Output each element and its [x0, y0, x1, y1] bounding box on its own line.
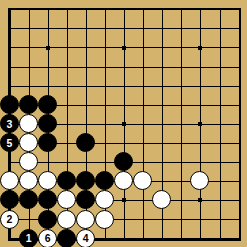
- intersection-9-9[interactable]: [152, 152, 171, 171]
- white-stone[interactable]: [19, 133, 38, 152]
- black-stone[interactable]: [76, 171, 95, 190]
- intersection-2-6[interactable]: [19, 95, 38, 114]
- intersection-2-7[interactable]: [19, 114, 38, 133]
- intersection-4-10[interactable]: [57, 171, 76, 190]
- intersection-7-10[interactable]: [114, 171, 133, 190]
- move-number-label: 5: [7, 137, 13, 148]
- intersection-4-9[interactable]: [57, 152, 76, 171]
- intersection-11-2[interactable]: [190, 19, 209, 38]
- intersection-9-5[interactable]: [152, 76, 171, 95]
- white-stone[interactable]: [114, 171, 133, 190]
- black-stone[interactable]: [76, 190, 95, 209]
- intersection-7-6[interactable]: [114, 95, 133, 114]
- intersection-12-8[interactable]: [210, 133, 229, 152]
- intersection-8-10[interactable]: [133, 171, 152, 190]
- intersection-7-7[interactable]: [114, 114, 133, 133]
- move-number-label: 2: [7, 213, 13, 224]
- intersection-2-3[interactable]: [19, 38, 38, 57]
- star-point: [198, 122, 202, 126]
- black-stone[interactable]: 1: [19, 229, 38, 247]
- intersection-9-1[interactable]: [152, 0, 171, 19]
- intersection-6-6[interactable]: [95, 95, 114, 114]
- intersection-11-6[interactable]: [190, 95, 209, 114]
- intersection-8-5[interactable]: [133, 76, 152, 95]
- intersection-10-2[interactable]: [171, 19, 190, 38]
- white-stone[interactable]: [57, 210, 76, 229]
- intersection-7-13[interactable]: [114, 229, 133, 247]
- intersection-3-13[interactable]: 6: [38, 229, 57, 247]
- intersection-9-11[interactable]: [152, 190, 171, 209]
- intersection-11-11[interactable]: [190, 190, 209, 209]
- black-stone[interactable]: [0, 95, 19, 114]
- intersection-4-7[interactable]: [57, 114, 76, 133]
- intersection-10-5[interactable]: [171, 76, 190, 95]
- black-stone[interactable]: [19, 95, 38, 114]
- intersection-9-12[interactable]: [152, 210, 171, 229]
- intersection-11-1[interactable]: [190, 0, 209, 19]
- intersection-9-10[interactable]: [152, 171, 171, 190]
- white-stone[interactable]: [19, 152, 38, 171]
- white-stone[interactable]: [19, 114, 38, 133]
- intersection-1-4[interactable]: [0, 57, 19, 76]
- intersection-12-7[interactable]: [210, 114, 229, 133]
- black-stone[interactable]: 3: [0, 114, 19, 133]
- intersection-10-3[interactable]: [171, 38, 190, 57]
- intersection-12-9[interactable]: [210, 152, 229, 171]
- intersection-2-8[interactable]: [19, 133, 38, 152]
- intersection-5-10[interactable]: [76, 171, 95, 190]
- intersection-9-4[interactable]: [152, 57, 171, 76]
- intersection-1-7[interactable]: 3: [0, 114, 19, 133]
- intersection-3-6[interactable]: [38, 95, 57, 114]
- intersection-6-8[interactable]: [95, 133, 114, 152]
- intersection-4-11[interactable]: [57, 190, 76, 209]
- intersection-11-5[interactable]: [190, 76, 209, 95]
- white-stone[interactable]: 4: [76, 229, 95, 247]
- intersection-10-10[interactable]: [171, 171, 190, 190]
- intersection-10-11[interactable]: [171, 190, 190, 209]
- intersection-3-12[interactable]: [38, 210, 57, 229]
- intersection-8-8[interactable]: [133, 133, 152, 152]
- intersection-8-1[interactable]: [133, 0, 152, 19]
- intersection-12-1[interactable]: [210, 0, 229, 19]
- star-point: [198, 198, 202, 202]
- intersection-2-11[interactable]: [19, 190, 38, 209]
- intersection-4-12[interactable]: [57, 210, 76, 229]
- black-stone[interactable]: [38, 133, 57, 152]
- intersection-10-1[interactable]: [171, 0, 190, 19]
- star-point: [122, 122, 126, 126]
- intersection-7-1[interactable]: [114, 0, 133, 19]
- intersection-7-5[interactable]: [114, 76, 133, 95]
- intersection-11-13[interactable]: [190, 229, 209, 247]
- white-stone[interactable]: [95, 210, 114, 229]
- intersection-2-5[interactable]: [19, 76, 38, 95]
- intersection-10-7[interactable]: [171, 114, 190, 133]
- star-point: [122, 46, 126, 50]
- white-stone[interactable]: [0, 171, 19, 190]
- intersection-13-5[interactable]: [229, 76, 247, 95]
- intersection-5-8[interactable]: [76, 133, 95, 152]
- intersection-6-1[interactable]: [95, 0, 114, 19]
- intersection-5-11[interactable]: [76, 190, 95, 209]
- black-stone[interactable]: [38, 210, 57, 229]
- intersection-6-13[interactable]: [95, 229, 114, 247]
- black-stone[interactable]: [76, 133, 95, 152]
- intersection-3-8[interactable]: [38, 133, 57, 152]
- intersection-9-6[interactable]: [152, 95, 171, 114]
- intersection-11-10[interactable]: [190, 171, 209, 190]
- intersection-1-10[interactable]: [0, 171, 19, 190]
- intersection-6-9[interactable]: [95, 152, 114, 171]
- intersection-6-4[interactable]: [95, 57, 114, 76]
- black-stone[interactable]: [38, 95, 57, 114]
- intersection-1-8[interactable]: 5: [0, 133, 19, 152]
- intersection-10-6[interactable]: [171, 95, 190, 114]
- intersection-2-9[interactable]: [19, 152, 38, 171]
- intersection-3-1[interactable]: [38, 0, 57, 19]
- intersection-1-3[interactable]: [0, 38, 19, 57]
- intersection-1-6[interactable]: [0, 95, 19, 114]
- intersection-13-10[interactable]: [229, 171, 247, 190]
- intersection-5-9[interactable]: [76, 152, 95, 171]
- intersection-12-12[interactable]: [210, 210, 229, 229]
- intersection-11-4[interactable]: [190, 57, 209, 76]
- white-stone[interactable]: [57, 190, 76, 209]
- intersection-6-3[interactable]: [95, 38, 114, 57]
- black-stone[interactable]: [38, 190, 57, 209]
- black-stone[interactable]: [95, 171, 114, 190]
- intersection-12-4[interactable]: [210, 57, 229, 76]
- intersection-5-2[interactable]: [76, 19, 95, 38]
- intersection-7-9[interactable]: [114, 152, 133, 171]
- intersection-9-7[interactable]: [152, 114, 171, 133]
- intersection-1-11[interactable]: [0, 190, 19, 209]
- intersection-11-8[interactable]: [190, 133, 209, 152]
- intersection-2-1[interactable]: [19, 0, 38, 19]
- intersection-7-3[interactable]: [114, 38, 133, 57]
- star-point: [46, 46, 50, 50]
- intersection-4-4[interactable]: [57, 57, 76, 76]
- intersection-8-3[interactable]: [133, 38, 152, 57]
- intersection-1-13[interactable]: [0, 229, 19, 247]
- intersection-10-9[interactable]: [171, 152, 190, 171]
- white-stone[interactable]: [19, 171, 38, 190]
- intersection-6-12[interactable]: [95, 210, 114, 229]
- intersection-5-5[interactable]: [76, 76, 95, 95]
- intersection-2-2[interactable]: [19, 19, 38, 38]
- intersection-10-13[interactable]: [171, 229, 190, 247]
- intersection-11-12[interactable]: [190, 210, 209, 229]
- intersection-13-13[interactable]: [229, 229, 247, 247]
- intersection-8-7[interactable]: [133, 114, 152, 133]
- intersection-10-8[interactable]: [171, 133, 190, 152]
- intersection-2-4[interactable]: [19, 57, 38, 76]
- white-stone[interactable]: [133, 171, 152, 190]
- intersection-8-11[interactable]: [133, 190, 152, 209]
- intersection-12-11[interactable]: [210, 190, 229, 209]
- intersection-5-12[interactable]: [76, 210, 95, 229]
- white-stone[interactable]: [190, 171, 209, 190]
- intersection-11-9[interactable]: [190, 152, 209, 171]
- black-stone[interactable]: 5: [0, 133, 19, 152]
- intersection-5-7[interactable]: [76, 114, 95, 133]
- black-stone[interactable]: [38, 114, 57, 133]
- intersection-6-10[interactable]: [95, 171, 114, 190]
- intersection-9-3[interactable]: [152, 38, 171, 57]
- intersection-1-1[interactable]: [0, 0, 19, 19]
- intersection-10-12[interactable]: [171, 210, 190, 229]
- black-stone[interactable]: [57, 171, 76, 190]
- intersection-13-8[interactable]: [229, 133, 247, 152]
- intersection-8-2[interactable]: [133, 19, 152, 38]
- white-stone[interactable]: [76, 210, 95, 229]
- intersection-1-5[interactable]: [0, 76, 19, 95]
- intersection-13-7[interactable]: [229, 114, 247, 133]
- black-stone[interactable]: [114, 152, 133, 171]
- intersection-5-6[interactable]: [76, 95, 95, 114]
- intersection-9-8[interactable]: [152, 133, 171, 152]
- intersection-9-2[interactable]: [152, 19, 171, 38]
- intersection-4-1[interactable]: [57, 0, 76, 19]
- intersection-4-8[interactable]: [57, 133, 76, 152]
- go-board: 352164: [0, 0, 247, 247]
- intersection-7-2[interactable]: [114, 19, 133, 38]
- intersection-6-11[interactable]: [95, 190, 114, 209]
- intersection-8-6[interactable]: [133, 95, 152, 114]
- intersection-13-12[interactable]: [229, 210, 247, 229]
- intersection-13-6[interactable]: [229, 95, 247, 114]
- intersection-7-8[interactable]: [114, 133, 133, 152]
- intersection-13-2[interactable]: [229, 19, 247, 38]
- intersection-8-13[interactable]: [133, 229, 152, 247]
- black-stone[interactable]: [19, 190, 38, 209]
- intersection-8-12[interactable]: [133, 210, 152, 229]
- intersection-4-2[interactable]: [57, 19, 76, 38]
- intersection-6-7[interactable]: [95, 114, 114, 133]
- intersection-12-10[interactable]: [210, 171, 229, 190]
- intersection-13-9[interactable]: [229, 152, 247, 171]
- intersection-3-10[interactable]: [38, 171, 57, 190]
- intersection-1-2[interactable]: [0, 19, 19, 38]
- intersection-3-5[interactable]: [38, 76, 57, 95]
- intersection-5-1[interactable]: [76, 0, 95, 19]
- intersection-11-7[interactable]: [190, 114, 209, 133]
- intersection-13-4[interactable]: [229, 57, 247, 76]
- white-stone[interactable]: [95, 190, 114, 209]
- intersection-8-9[interactable]: [133, 152, 152, 171]
- move-number-label: 4: [83, 232, 89, 243]
- star-point: [122, 198, 126, 202]
- board-intersections: 352164: [0, 0, 247, 247]
- intersection-12-3[interactable]: [210, 38, 229, 57]
- intersection-13-11[interactable]: [229, 190, 247, 209]
- white-stone[interactable]: [152, 190, 171, 209]
- intersection-4-13[interactable]: [57, 229, 76, 247]
- intersection-6-2[interactable]: [95, 19, 114, 38]
- intersection-5-4[interactable]: [76, 57, 95, 76]
- move-number-label: 3: [7, 118, 13, 129]
- intersection-2-13[interactable]: 1: [19, 229, 38, 247]
- intersection-9-13[interactable]: [152, 229, 171, 247]
- move-number-label: 1: [26, 232, 32, 243]
- intersection-7-11[interactable]: [114, 190, 133, 209]
- intersection-12-5[interactable]: [210, 76, 229, 95]
- intersection-3-2[interactable]: [38, 19, 57, 38]
- black-stone[interactable]: [0, 190, 19, 209]
- white-stone[interactable]: 6: [38, 229, 57, 247]
- intersection-13-3[interactable]: [229, 38, 247, 57]
- white-stone[interactable]: 2: [0, 210, 19, 229]
- white-stone[interactable]: [38, 171, 57, 190]
- intersection-13-1[interactable]: [229, 0, 247, 19]
- intersection-2-10[interactable]: [19, 171, 38, 190]
- intersection-6-5[interactable]: [95, 76, 114, 95]
- star-point: [198, 46, 202, 50]
- intersection-4-5[interactable]: [57, 76, 76, 95]
- intersection-1-12[interactable]: 2: [0, 210, 19, 229]
- intersection-4-3[interactable]: [57, 38, 76, 57]
- intersection-5-13[interactable]: 4: [76, 229, 95, 247]
- intersection-3-3[interactable]: [38, 38, 57, 57]
- intersection-7-4[interactable]: [114, 57, 133, 76]
- intersection-4-6[interactable]: [57, 95, 76, 114]
- intersection-12-13[interactable]: [210, 229, 229, 247]
- intersection-7-12[interactable]: [114, 210, 133, 229]
- intersection-2-12[interactable]: [19, 210, 38, 229]
- black-stone[interactable]: [57, 229, 76, 247]
- intersection-3-4[interactable]: [38, 57, 57, 76]
- intersection-5-3[interactable]: [76, 38, 95, 57]
- intersection-3-7[interactable]: [38, 114, 57, 133]
- intersection-3-9[interactable]: [38, 152, 57, 171]
- intersection-12-2[interactable]: [210, 19, 229, 38]
- intersection-8-4[interactable]: [133, 57, 152, 76]
- intersection-1-9[interactable]: [0, 152, 19, 171]
- intersection-11-3[interactable]: [190, 38, 209, 57]
- move-number-label: 6: [45, 232, 51, 243]
- intersection-10-4[interactable]: [171, 57, 190, 76]
- intersection-12-6[interactable]: [210, 95, 229, 114]
- intersection-3-11[interactable]: [38, 190, 57, 209]
